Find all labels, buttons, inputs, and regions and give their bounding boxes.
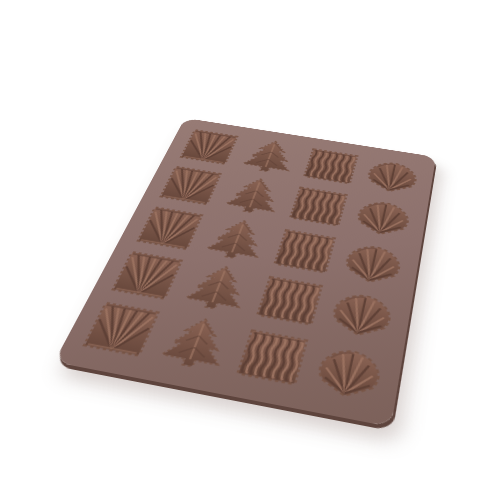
- cavity-shell: [337, 236, 410, 291]
- ridged-square-cavity-shape: [249, 271, 329, 331]
- scallop-shell-cavity-shape: [323, 284, 400, 346]
- photo-background: [0, 0, 500, 500]
- madeleine-fan-cavity-shape: [153, 162, 227, 208]
- madeleine-fan-cavity-shape: [130, 203, 209, 254]
- cavity-fan: [75, 297, 167, 362]
- christmas-tree-cavity-shape: [151, 311, 240, 377]
- scallop-shell-cavity-shape: [360, 154, 424, 199]
- cavity-fan: [174, 126, 244, 168]
- madeleine-fan-cavity-shape: [104, 247, 189, 304]
- cavity-shell: [307, 338, 390, 408]
- scallop-shell-cavity-shape: [349, 193, 417, 242]
- madeleine-fan-cavity-shape: [75, 297, 167, 362]
- scallop-shell-cavity-shape: [307, 338, 390, 408]
- cavity-tree: [235, 135, 303, 178]
- christmas-tree-cavity-shape: [176, 259, 259, 318]
- ridged-square-cavity-shape: [297, 145, 363, 189]
- cavity-tree: [198, 213, 275, 265]
- christmas-tree-cavity-shape: [217, 172, 289, 219]
- cavity-fan: [130, 203, 209, 254]
- scallop-shell-cavity-shape: [337, 236, 410, 291]
- cavity-square: [283, 182, 353, 230]
- christmas-tree-cavity-shape: [235, 135, 303, 178]
- cavity-grid: [54, 118, 436, 427]
- cavity-tree: [176, 259, 259, 318]
- silicone-mold: [54, 118, 436, 427]
- cavity-square: [267, 224, 342, 278]
- ridged-square-cavity-shape: [267, 224, 342, 278]
- ridged-square-cavity-shape: [228, 324, 314, 392]
- cavity-tree: [151, 311, 240, 377]
- cavity-fan: [104, 247, 189, 304]
- cavity-square: [228, 324, 314, 392]
- christmas-tree-cavity-shape: [198, 213, 275, 265]
- cavity-fan: [153, 162, 227, 208]
- cavity-square: [297, 145, 363, 189]
- cavity-shell: [349, 193, 417, 242]
- cavity-shell: [323, 284, 400, 346]
- ridged-square-cavity-shape: [283, 182, 353, 230]
- madeleine-fan-cavity-shape: [174, 126, 244, 168]
- cavity-square: [249, 271, 329, 331]
- cavity-shell: [360, 154, 424, 199]
- cavity-tree: [217, 172, 289, 219]
